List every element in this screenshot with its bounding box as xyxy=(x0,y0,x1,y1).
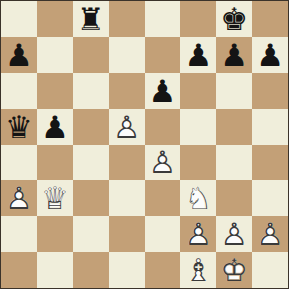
white-bishop: ♝♗ xyxy=(180,252,216,288)
piece-outline-layer: ♙ xyxy=(109,109,145,145)
piece-outline-layer: ♕ xyxy=(37,180,73,216)
piece-outline-layer: ♙ xyxy=(1,180,37,216)
square-c6[interactable] xyxy=(73,73,109,109)
square-f8[interactable] xyxy=(180,1,216,37)
square-a7[interactable]: ♟ xyxy=(1,37,37,73)
square-a6[interactable] xyxy=(1,73,37,109)
square-d8[interactable] xyxy=(109,1,145,37)
black-pawn: ♟ xyxy=(1,37,37,73)
black-queen: ♛ xyxy=(1,109,37,145)
square-a8[interactable] xyxy=(1,1,37,37)
square-h7[interactable]: ♟ xyxy=(252,37,288,73)
piece-outline-layer: ♗ xyxy=(180,252,216,288)
black-pawn: ♟ xyxy=(180,37,216,73)
white-pawn: ♟♙ xyxy=(145,145,181,181)
square-e1[interactable] xyxy=(145,252,181,288)
square-c1[interactable] xyxy=(73,252,109,288)
square-e4[interactable]: ♟♙ xyxy=(145,145,181,181)
white-pawn: ♟♙ xyxy=(180,216,216,252)
square-f6[interactable] xyxy=(180,73,216,109)
square-d3[interactable] xyxy=(109,180,145,216)
square-a5[interactable]: ♛ xyxy=(1,109,37,145)
square-g4[interactable] xyxy=(216,145,252,181)
square-a2[interactable] xyxy=(1,216,37,252)
black-rook: ♜ xyxy=(73,1,109,37)
square-h3[interactable] xyxy=(252,180,288,216)
square-a4[interactable] xyxy=(1,145,37,181)
square-b3[interactable]: ♛♕ xyxy=(37,180,73,216)
square-c3[interactable] xyxy=(73,180,109,216)
square-h5[interactable] xyxy=(252,109,288,145)
piece-outline-layer: ♙ xyxy=(216,216,252,252)
piece-outline-layer: ♔ xyxy=(216,252,252,288)
square-g8[interactable]: ♚ xyxy=(216,1,252,37)
square-f7[interactable]: ♟ xyxy=(180,37,216,73)
black-king: ♚ xyxy=(216,1,252,37)
square-b4[interactable] xyxy=(37,145,73,181)
piece-outline-layer: ♙ xyxy=(252,216,288,252)
square-d2[interactable] xyxy=(109,216,145,252)
square-d6[interactable] xyxy=(109,73,145,109)
square-e5[interactable] xyxy=(145,109,181,145)
white-pawn: ♟♙ xyxy=(109,109,145,145)
square-f5[interactable] xyxy=(180,109,216,145)
square-b2[interactable] xyxy=(37,216,73,252)
square-b5[interactable]: ♟ xyxy=(37,109,73,145)
piece-outline-layer: ♙ xyxy=(145,145,181,181)
square-c8[interactable]: ♜ xyxy=(73,1,109,37)
square-h1[interactable] xyxy=(252,252,288,288)
square-h4[interactable] xyxy=(252,145,288,181)
square-e2[interactable] xyxy=(145,216,181,252)
piece-outline-layer: ♙ xyxy=(180,216,216,252)
piece-outline-layer: ♘ xyxy=(180,180,216,216)
square-a3[interactable]: ♟♙ xyxy=(1,180,37,216)
white-king: ♚♔ xyxy=(216,252,252,288)
square-a1[interactable] xyxy=(1,252,37,288)
white-pawn: ♟♙ xyxy=(216,216,252,252)
black-pawn: ♟ xyxy=(145,73,181,109)
square-e6[interactable]: ♟ xyxy=(145,73,181,109)
square-e8[interactable] xyxy=(145,1,181,37)
square-g6[interactable] xyxy=(216,73,252,109)
square-h2[interactable]: ♟♙ xyxy=(252,216,288,252)
square-e7[interactable] xyxy=(145,37,181,73)
square-f3[interactable]: ♞♘ xyxy=(180,180,216,216)
square-b8[interactable] xyxy=(37,1,73,37)
black-pawn: ♟ xyxy=(216,37,252,73)
white-pawn: ♟♙ xyxy=(252,216,288,252)
square-g1[interactable]: ♚♔ xyxy=(216,252,252,288)
square-f4[interactable] xyxy=(180,145,216,181)
chess-board: ♜♚♟♟♟♟♟♛♟♟♙♟♙♟♙♛♕♞♘♟♙♟♙♟♙♝♗♚♔ xyxy=(0,0,289,289)
square-c2[interactable] xyxy=(73,216,109,252)
square-h8[interactable] xyxy=(252,1,288,37)
square-f1[interactable]: ♝♗ xyxy=(180,252,216,288)
square-c5[interactable] xyxy=(73,109,109,145)
white-knight: ♞♘ xyxy=(180,180,216,216)
square-d4[interactable] xyxy=(109,145,145,181)
square-d7[interactable] xyxy=(109,37,145,73)
square-b6[interactable] xyxy=(37,73,73,109)
square-g2[interactable]: ♟♙ xyxy=(216,216,252,252)
square-g5[interactable] xyxy=(216,109,252,145)
square-d5[interactable]: ♟♙ xyxy=(109,109,145,145)
square-f2[interactable]: ♟♙ xyxy=(180,216,216,252)
black-pawn: ♟ xyxy=(37,109,73,145)
square-b7[interactable] xyxy=(37,37,73,73)
square-e3[interactable] xyxy=(145,180,181,216)
square-c4[interactable] xyxy=(73,145,109,181)
square-d1[interactable] xyxy=(109,252,145,288)
square-c7[interactable] xyxy=(73,37,109,73)
white-queen: ♛♕ xyxy=(37,180,73,216)
square-g3[interactable] xyxy=(216,180,252,216)
square-h6[interactable] xyxy=(252,73,288,109)
square-b1[interactable] xyxy=(37,252,73,288)
square-g7[interactable]: ♟ xyxy=(216,37,252,73)
white-pawn: ♟♙ xyxy=(1,180,37,216)
black-pawn: ♟ xyxy=(252,37,288,73)
